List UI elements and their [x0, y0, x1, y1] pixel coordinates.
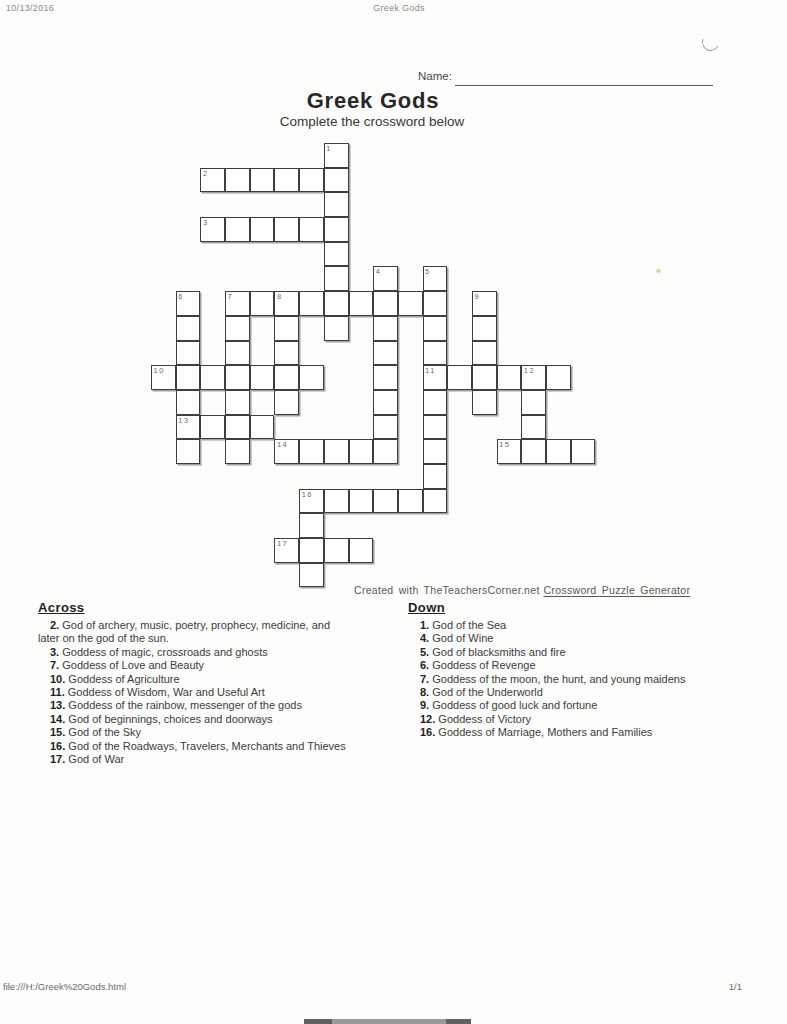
grid-cell[interactable] [423, 439, 448, 464]
grid-cell[interactable] [373, 316, 398, 341]
grid-cell[interactable] [423, 464, 448, 489]
cell-number: 13 [178, 416, 189, 425]
grid-cell[interactable] [447, 365, 472, 390]
grid-cell[interactable]: 17 [274, 538, 299, 563]
grid-cell[interactable] [324, 489, 349, 514]
grid-cell[interactable] [225, 168, 250, 193]
down-clue: 9. Goddess of good luck and fortune [408, 699, 740, 712]
page-subtitle: Complete the crossword below [0, 114, 744, 129]
clue-number: 9. [420, 699, 429, 711]
grid-cell[interactable] [274, 168, 299, 193]
grid-cell[interactable] [299, 563, 324, 588]
grid-cell[interactable] [349, 538, 374, 563]
cell-number: 15 [499, 440, 510, 449]
grid-cell[interactable] [225, 341, 250, 366]
grid-cell[interactable] [423, 415, 448, 440]
across-clue: 11. Goddess of Wisdom, War and Useful Ar… [38, 686, 346, 699]
grid-cell[interactable]: 2 [200, 168, 225, 193]
grid-cell[interactable]: 7 [225, 291, 250, 316]
down-heading: Down [408, 600, 740, 615]
cell-number: 14 [277, 440, 288, 449]
grid-cell[interactable] [299, 513, 324, 538]
crossword-grid: 1234567891011121314151617 [151, 143, 595, 587]
grid-cell[interactable] [423, 489, 448, 514]
cell-number: 1 [326, 144, 332, 153]
grid-cell[interactable] [299, 538, 324, 563]
grid-cell[interactable] [373, 439, 398, 464]
clue-number: 12. [420, 713, 435, 725]
grid-cell[interactable] [472, 316, 497, 341]
grid-cell[interactable] [373, 390, 398, 415]
cell-number: 11 [425, 366, 436, 375]
across-clue: 17. God of War [38, 753, 346, 766]
grid-cell[interactable] [200, 365, 225, 390]
cell-number: 17 [277, 539, 288, 548]
down-clue: 5. God of blacksmiths and fire [408, 646, 740, 659]
cell-number: 8 [277, 292, 283, 301]
grid-cell[interactable]: 12 [521, 365, 546, 390]
grid-cell[interactable] [324, 439, 349, 464]
grid-cell[interactable]: 1 [324, 143, 349, 168]
grid-cell[interactable] [299, 291, 324, 316]
credit-text: Created with TheTeachersCorner.net [354, 584, 540, 596]
grid-cell[interactable] [472, 365, 497, 390]
grid-cell[interactable] [398, 489, 423, 514]
cell-number: 4 [376, 267, 382, 276]
grid-cell[interactable] [324, 316, 349, 341]
grid-cell[interactable] [250, 217, 275, 242]
grid-cell[interactable] [521, 439, 546, 464]
across-clue: 16. God of the Roadways, Travelers, Merc… [38, 740, 346, 753]
grid-cell[interactable] [274, 365, 299, 390]
clue-number: 11. [50, 686, 65, 698]
across-heading: Across [38, 600, 346, 615]
grid-cell[interactable] [373, 341, 398, 366]
clue-number: 14. [50, 713, 65, 725]
down-clue: 7. Goddess of the moon, the hunt, and yo… [408, 673, 740, 686]
clue-number: 16. [50, 740, 65, 752]
grid-cell[interactable]: 4 [373, 266, 398, 291]
clue-number: 2. [50, 619, 59, 631]
grid-cell[interactable] [274, 390, 299, 415]
grid-cell[interactable] [472, 390, 497, 415]
grid-cell[interactable] [324, 168, 349, 193]
clue-number: 15. [50, 726, 65, 738]
down-clue: 1. God of the Sea [408, 619, 740, 632]
down-clue-list: 1. God of the Sea4. God of Wine5. God of… [408, 619, 740, 740]
across-clue: 15. God of the Sky [38, 726, 346, 739]
grid-cell[interactable] [176, 341, 201, 366]
across-section: Across 2. God of archery, music, poetry,… [38, 600, 346, 766]
grid-cell[interactable]: 10 [151, 365, 176, 390]
clue-number: 10. [50, 673, 65, 685]
grid-cell[interactable] [373, 365, 398, 390]
grid-cell[interactable]: 6 [176, 291, 201, 316]
grid-cell[interactable] [274, 217, 299, 242]
grid-cell[interactable] [349, 439, 374, 464]
grid-cell[interactable] [324, 192, 349, 217]
grid-cell[interactable] [274, 316, 299, 341]
cell-number: 10 [154, 366, 165, 375]
grid-cell[interactable]: 8 [274, 291, 299, 316]
grid-cell[interactable] [250, 168, 275, 193]
grid-cell[interactable] [299, 168, 324, 193]
grid-cell[interactable] [373, 489, 398, 514]
page-title: Greek Gods [0, 88, 746, 114]
clue-number: 6. [420, 659, 429, 671]
grid-cell[interactable] [423, 341, 448, 366]
grid-cell[interactable] [423, 316, 448, 341]
clue-number: 7. [420, 673, 429, 685]
grid-cell[interactable] [373, 291, 398, 316]
grid-cell[interactable] [324, 538, 349, 563]
grid-cell[interactable] [398, 291, 423, 316]
grid-cell[interactable] [521, 415, 546, 440]
grid-cell[interactable] [274, 341, 299, 366]
cell-number: 3 [203, 218, 209, 227]
grid-cell[interactable] [176, 390, 201, 415]
across-clue: 14. God of beginnings, choices and doorw… [38, 713, 346, 726]
grid-cell[interactable] [373, 415, 398, 440]
clue-number: 3. [50, 646, 59, 658]
grid-cell[interactable] [497, 365, 522, 390]
cell-number: 2 [203, 169, 209, 178]
grid-cell[interactable] [571, 439, 596, 464]
across-clue: 3. Goddess of magic, crossroads and ghos… [38, 646, 346, 659]
grid-cell[interactable] [299, 439, 324, 464]
grid-cell[interactable] [225, 390, 250, 415]
grid-cell[interactable] [176, 439, 201, 464]
across-clue: 2. God of archery, music, poetry, prophe… [38, 619, 346, 646]
clue-number: 8. [420, 686, 429, 698]
cell-number: 9 [474, 292, 480, 301]
grid-cell[interactable] [423, 291, 448, 316]
across-clue: 13. Goddess of the rainbow, messenger of… [38, 699, 346, 712]
grid-cell[interactable] [176, 365, 201, 390]
clue-number: 13. [50, 699, 65, 711]
grid-cell[interactable] [546, 439, 571, 464]
scanned-crossword-page: 10/13/2016 Greek Gods Name: Greek Gods C… [0, 0, 787, 1024]
grid-cell[interactable]: 16 [299, 489, 324, 514]
grid-cell[interactable] [521, 390, 546, 415]
grid-cell[interactable] [324, 266, 349, 291]
grid-cell[interactable] [423, 390, 448, 415]
cell-number: 16 [302, 490, 313, 499]
grid-cell[interactable] [176, 316, 201, 341]
grid-cell[interactable] [250, 415, 275, 440]
print-doc-title: Greek Gods [0, 3, 787, 13]
down-clue: 12. Goddess of Victory [408, 713, 740, 726]
down-clue: 6. Goddess of Revenge [408, 659, 740, 672]
grid-cell[interactable] [250, 365, 275, 390]
grid-cell[interactable]: 15 [497, 439, 522, 464]
grid-cell[interactable] [225, 217, 250, 242]
down-clue: 16. Goddess of Marriage, Mothers and Fam… [408, 726, 740, 739]
grid-cell[interactable]: 9 [472, 291, 497, 316]
clue-number: 1. [420, 619, 429, 631]
grid-cell[interactable]: 11 [423, 365, 448, 390]
name-blank-line [455, 85, 713, 86]
credit-line: Created with TheTeachersCorner.netCrossw… [354, 584, 690, 596]
clue-number: 7. [50, 659, 59, 671]
cell-number: 7 [228, 292, 234, 301]
down-clue: 8. God of the Underworld [408, 686, 740, 699]
grid-cell[interactable] [546, 365, 571, 390]
scanner-mark [700, 32, 722, 54]
grid-cell[interactable]: 14 [274, 439, 299, 464]
across-clue: 10. Goddess of Agriculture [38, 673, 346, 686]
clue-number: 5. [420, 646, 429, 658]
cell-number: 12 [524, 366, 535, 375]
grid-cell[interactable] [324, 291, 349, 316]
clue-number: 17. [50, 753, 65, 765]
down-section: Down 1. God of the Sea4. God of Wine5. G… [408, 600, 740, 740]
grid-cell[interactable] [324, 242, 349, 267]
grid-cell[interactable] [349, 489, 374, 514]
grid-cell[interactable] [225, 365, 250, 390]
clue-number: 16. [420, 726, 435, 738]
grid-cell[interactable] [225, 439, 250, 464]
cell-number: 5 [425, 267, 431, 276]
grid-cell[interactable]: 13 [176, 415, 201, 440]
bottom-scan-bar [304, 1019, 471, 1024]
grid-cell[interactable] [324, 217, 349, 242]
grid-cell[interactable] [250, 291, 275, 316]
across-clue-list: 2. God of archery, music, poetry, prophe… [38, 619, 346, 766]
paper-speck [656, 269, 661, 273]
grid-cell[interactable] [200, 415, 225, 440]
grid-cell[interactable] [225, 316, 250, 341]
down-clue: 4. God of Wine [408, 632, 740, 645]
grid-cell[interactable] [349, 291, 374, 316]
across-clue: 7. Goddess of Love and Beauty [38, 659, 346, 672]
name-label: Name: [418, 70, 452, 82]
clue-number: 4. [420, 632, 429, 644]
grid-cell[interactable]: 3 [200, 217, 225, 242]
footer-url: file:///H:/Greek%20Gods.html [3, 981, 126, 992]
grid-cell[interactable] [299, 217, 324, 242]
grid-cell[interactable] [472, 341, 497, 366]
grid-cell[interactable] [225, 415, 250, 440]
grid-cell[interactable]: 5 [423, 266, 448, 291]
cell-number: 6 [178, 292, 184, 301]
credit-link[interactable]: Crossword Puzzle Generator [544, 584, 691, 596]
footer-page-number: 1/1 [729, 981, 742, 992]
grid-cell[interactable] [299, 365, 324, 390]
